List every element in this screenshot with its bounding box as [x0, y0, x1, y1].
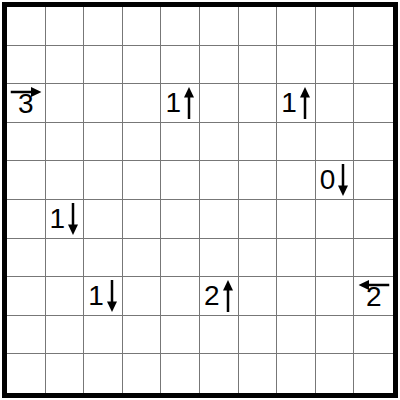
cell-r8c7[interactable]	[277, 316, 316, 355]
cell-r1c2[interactable]	[84, 46, 123, 85]
cell-r6c0[interactable]	[7, 239, 46, 278]
clue-number: 1	[88, 282, 104, 310]
puzzle-board: 31101122	[2, 2, 398, 398]
cell-r7c3[interactable]	[123, 277, 162, 316]
cell-r0c9[interactable]	[354, 7, 393, 46]
cell-r5c8[interactable]	[316, 200, 355, 239]
cell-r1c3[interactable]	[123, 46, 162, 85]
clue-number: 0	[320, 166, 336, 194]
cell-r8c6[interactable]	[239, 316, 278, 355]
cell-r6c5[interactable]	[200, 239, 239, 278]
clue-number: 2	[204, 282, 220, 310]
cell-r7c9: 2	[354, 277, 393, 316]
cell-r1c4[interactable]	[161, 46, 200, 85]
cell-r7c5: 2	[200, 277, 239, 316]
clue-number: 2	[354, 283, 393, 311]
cell-r6c2[interactable]	[84, 239, 123, 278]
cell-r2c2[interactable]	[84, 84, 123, 123]
cell-r4c0[interactable]	[7, 161, 46, 200]
cell-r3c6[interactable]	[239, 123, 278, 162]
cell-r4c6[interactable]	[239, 161, 278, 200]
cell-r0c4[interactable]	[161, 7, 200, 46]
cell-r3c4[interactable]	[161, 123, 200, 162]
cell-r5c0[interactable]	[7, 200, 46, 239]
cell-r6c8[interactable]	[316, 239, 355, 278]
cell-r2c1[interactable]	[46, 84, 85, 123]
cell-r3c9[interactable]	[354, 123, 393, 162]
cell-r1c5[interactable]	[200, 46, 239, 85]
clue-number: 3	[7, 90, 45, 118]
cell-r1c7[interactable]	[277, 46, 316, 85]
cell-r2c7: 1	[277, 84, 316, 123]
cell-r5c9[interactable]	[354, 200, 393, 239]
cell-r4c2[interactable]	[84, 161, 123, 200]
cell-r5c2[interactable]	[84, 200, 123, 239]
cell-r9c1[interactable]	[46, 354, 85, 393]
cell-r4c5[interactable]	[200, 161, 239, 200]
cell-r7c7[interactable]	[277, 277, 316, 316]
cell-r0c2[interactable]	[84, 7, 123, 46]
puzzle-canvas: 31101122	[0, 0, 400, 400]
cell-r5c5[interactable]	[200, 200, 239, 239]
cell-r0c8[interactable]	[316, 7, 355, 46]
cell-r5c4[interactable]	[161, 200, 200, 239]
cell-r4c4[interactable]	[161, 161, 200, 200]
arrow-down-icon	[67, 203, 79, 235]
cell-r2c0: 3	[7, 84, 46, 123]
cell-r3c7[interactable]	[277, 123, 316, 162]
cell-r7c1[interactable]	[46, 277, 85, 316]
cell-r9c0[interactable]	[7, 354, 46, 393]
cell-r9c9[interactable]	[354, 354, 393, 393]
cell-r8c3[interactable]	[123, 316, 162, 355]
cell-r6c4[interactable]	[161, 239, 200, 278]
cell-r3c0[interactable]	[7, 123, 46, 162]
cell-r7c4[interactable]	[161, 277, 200, 316]
cell-r3c2[interactable]	[84, 123, 123, 162]
cell-r8c1[interactable]	[46, 316, 85, 355]
cell-r8c4[interactable]	[161, 316, 200, 355]
cell-r4c7[interactable]	[277, 161, 316, 200]
cell-r6c3[interactable]	[123, 239, 162, 278]
cell-r5c7[interactable]	[277, 200, 316, 239]
clue-number: 1	[50, 205, 66, 233]
cell-r5c3[interactable]	[123, 200, 162, 239]
arrow-up-icon	[222, 280, 234, 312]
cell-r9c6[interactable]	[239, 354, 278, 393]
arrow-up-icon	[183, 87, 195, 119]
cell-r9c4[interactable]	[161, 354, 200, 393]
cell-r1c8[interactable]	[316, 46, 355, 85]
cell-r3c1[interactable]	[46, 123, 85, 162]
cell-r2c9[interactable]	[354, 84, 393, 123]
cell-r8c9[interactable]	[354, 316, 393, 355]
cell-r2c4: 1	[161, 84, 200, 123]
cell-r9c8[interactable]	[316, 354, 355, 393]
cell-r0c1[interactable]	[46, 7, 85, 46]
cell-r9c2[interactable]	[84, 354, 123, 393]
cell-r3c3[interactable]	[123, 123, 162, 162]
cell-r0c5[interactable]	[200, 7, 239, 46]
cell-r7c0[interactable]	[7, 277, 46, 316]
cell-r4c3[interactable]	[123, 161, 162, 200]
cell-r4c8: 0	[316, 161, 355, 200]
cell-r9c7[interactable]	[277, 354, 316, 393]
cell-r0c7[interactable]	[277, 7, 316, 46]
cell-r5c1: 1	[46, 200, 85, 239]
clue-number: 1	[281, 89, 297, 117]
cell-r0c6[interactable]	[239, 7, 278, 46]
arrow-down-icon	[106, 280, 118, 312]
cell-r7c6[interactable]	[239, 277, 278, 316]
cell-r8c2[interactable]	[84, 316, 123, 355]
cell-r1c0[interactable]	[7, 46, 46, 85]
cell-r4c1[interactable]	[46, 161, 85, 200]
cell-r0c0[interactable]	[7, 7, 46, 46]
cell-r8c8[interactable]	[316, 316, 355, 355]
cell-r2c5[interactable]	[200, 84, 239, 123]
cell-r9c5[interactable]	[200, 354, 239, 393]
cell-r2c6[interactable]	[239, 84, 278, 123]
cell-r3c8[interactable]	[316, 123, 355, 162]
clue-number: 1	[165, 89, 181, 117]
cell-r6c7[interactable]	[277, 239, 316, 278]
cell-r4c9[interactable]	[354, 161, 393, 200]
cell-r6c1[interactable]	[46, 239, 85, 278]
cell-r1c9[interactable]	[354, 46, 393, 85]
cell-r0c3[interactable]	[123, 7, 162, 46]
cell-r1c6[interactable]	[239, 46, 278, 85]
cell-r8c0[interactable]	[7, 316, 46, 355]
cell-r9c3[interactable]	[123, 354, 162, 393]
cell-r3c5[interactable]	[200, 123, 239, 162]
cell-r6c6[interactable]	[239, 239, 278, 278]
arrow-down-icon	[337, 164, 349, 196]
cell-r5c6[interactable]	[239, 200, 278, 239]
arrow-up-icon	[299, 87, 311, 119]
cell-r6c9[interactable]	[354, 239, 393, 278]
cell-r2c8[interactable]	[316, 84, 355, 123]
cell-r7c2: 1	[84, 277, 123, 316]
cell-r7c8[interactable]	[316, 277, 355, 316]
cell-r1c1[interactable]	[46, 46, 85, 85]
cell-r2c3[interactable]	[123, 84, 162, 123]
cell-r8c5[interactable]	[200, 316, 239, 355]
